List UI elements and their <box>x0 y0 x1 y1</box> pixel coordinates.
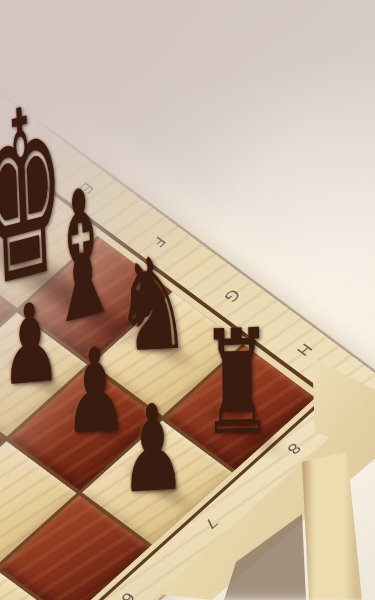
file-label-text: G <box>221 286 244 305</box>
file-label-text: H <box>294 340 317 359</box>
file-label-text: F <box>150 233 171 249</box>
rank-label-text: 8 <box>284 439 305 456</box>
photo-scene: ABCDEFGH 87654321 ♚♝♞♜♟♟♟ <box>0 0 375 600</box>
file-label-text: E <box>77 179 98 196</box>
file-label-text: D <box>3 124 26 143</box>
rank-label-text: 7 <box>201 514 222 531</box>
rank-label-text: 6 <box>118 589 139 600</box>
